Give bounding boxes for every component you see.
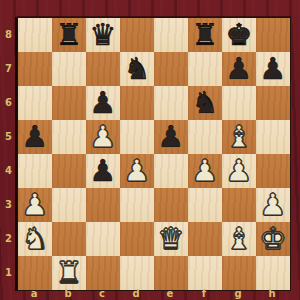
- square-f5[interactable]: [188, 120, 222, 154]
- square-a4[interactable]: [18, 154, 52, 188]
- square-f7[interactable]: [188, 52, 222, 86]
- piece-black-knight-d7[interactable]: ♞: [124, 54, 151, 84]
- rank-label-6: 6: [0, 85, 17, 119]
- piece-black-king-g8[interactable]: ♚: [226, 20, 253, 50]
- square-b5[interactable]: [52, 120, 86, 154]
- piece-white-pawn-c5[interactable]: ♟: [90, 122, 117, 152]
- square-g7[interactable]: ♟: [222, 52, 256, 86]
- piece-black-rook-b8[interactable]: ♜: [56, 20, 83, 50]
- square-d1[interactable]: [120, 256, 154, 290]
- square-b1[interactable]: ♜: [52, 256, 86, 290]
- rank-labels: 87654321: [0, 17, 17, 289]
- square-h6[interactable]: [256, 86, 290, 120]
- square-d8[interactable]: [120, 18, 154, 52]
- square-c2[interactable]: [86, 222, 120, 256]
- file-label-e: e: [153, 287, 187, 300]
- square-f1[interactable]: [188, 256, 222, 290]
- square-b3[interactable]: [52, 188, 86, 222]
- square-f4[interactable]: ♟: [188, 154, 222, 188]
- piece-black-knight-f6[interactable]: ♞: [192, 88, 219, 118]
- square-d5[interactable]: [120, 120, 154, 154]
- square-e8[interactable]: [154, 18, 188, 52]
- square-h5[interactable]: [256, 120, 290, 154]
- file-label-h: h: [255, 287, 289, 300]
- square-a8[interactable]: [18, 18, 52, 52]
- square-a6[interactable]: [18, 86, 52, 120]
- square-a7[interactable]: [18, 52, 52, 86]
- square-b4[interactable]: [52, 154, 86, 188]
- square-d3[interactable]: [120, 188, 154, 222]
- square-e2[interactable]: ♛: [154, 222, 188, 256]
- square-b7[interactable]: [52, 52, 86, 86]
- piece-white-pawn-g4[interactable]: ♟: [226, 156, 253, 186]
- square-g5[interactable]: ♝: [222, 120, 256, 154]
- piece-white-knight-a2[interactable]: ♞: [22, 224, 49, 254]
- file-label-d: d: [119, 287, 153, 300]
- square-h8[interactable]: [256, 18, 290, 52]
- rank-label-5: 5: [0, 119, 17, 153]
- square-f6[interactable]: ♞: [188, 86, 222, 120]
- square-d6[interactable]: [120, 86, 154, 120]
- square-g1[interactable]: [222, 256, 256, 290]
- piece-white-bishop-g2[interactable]: ♝: [226, 224, 253, 254]
- square-g8[interactable]: ♚: [222, 18, 256, 52]
- rank-label-7: 7: [0, 51, 17, 85]
- square-c5[interactable]: ♟: [86, 120, 120, 154]
- square-c3[interactable]: [86, 188, 120, 222]
- piece-white-rook-b1[interactable]: ♜: [56, 258, 83, 288]
- square-c6[interactable]: ♟: [86, 86, 120, 120]
- square-g3[interactable]: [222, 188, 256, 222]
- piece-white-pawn-d4[interactable]: ♟: [124, 156, 151, 186]
- rank-label-1: 1: [0, 255, 17, 289]
- piece-black-rook-f8[interactable]: ♜: [192, 20, 219, 50]
- piece-black-pawn-g7[interactable]: ♟: [226, 54, 253, 84]
- file-label-g: g: [221, 287, 255, 300]
- piece-black-queen-c8[interactable]: ♛: [90, 20, 117, 50]
- square-h7[interactable]: ♟: [256, 52, 290, 86]
- rank-label-3: 3: [0, 187, 17, 221]
- piece-white-pawn-h3[interactable]: ♟: [260, 190, 287, 220]
- rank-label-4: 4: [0, 153, 17, 187]
- piece-white-queen-e2[interactable]: ♛: [158, 224, 185, 254]
- square-b8[interactable]: ♜: [52, 18, 86, 52]
- square-b6[interactable]: [52, 86, 86, 120]
- square-c4[interactable]: ♟: [86, 154, 120, 188]
- square-b2[interactable]: [52, 222, 86, 256]
- square-e7[interactable]: [154, 52, 188, 86]
- file-label-f: f: [187, 287, 221, 300]
- piece-black-pawn-c6[interactable]: ♟: [90, 88, 117, 118]
- file-label-a: a: [17, 287, 51, 300]
- square-c1[interactable]: [86, 256, 120, 290]
- square-e6[interactable]: [154, 86, 188, 120]
- square-e5[interactable]: ♟: [154, 120, 188, 154]
- board: ♜♛♜♚♞♟♟♟♞♟♟♟♝♟♟♟♟♟♟♞♛♝♚♜: [17, 17, 291, 291]
- square-a5[interactable]: ♟: [18, 120, 52, 154]
- file-label-c: c: [85, 287, 119, 300]
- piece-black-pawn-h7[interactable]: ♟: [260, 54, 287, 84]
- square-d2[interactable]: [120, 222, 154, 256]
- square-h2[interactable]: ♚: [256, 222, 290, 256]
- piece-white-pawn-f4[interactable]: ♟: [192, 156, 219, 186]
- square-h1[interactable]: [256, 256, 290, 290]
- square-a1[interactable]: [18, 256, 52, 290]
- square-h4[interactable]: [256, 154, 290, 188]
- file-labels: abcdefgh: [17, 287, 289, 300]
- square-a2[interactable]: ♞: [18, 222, 52, 256]
- piece-black-pawn-a5[interactable]: ♟: [22, 122, 49, 152]
- square-g6[interactable]: [222, 86, 256, 120]
- square-c7[interactable]: [86, 52, 120, 86]
- square-e4[interactable]: [154, 154, 188, 188]
- square-e1[interactable]: [154, 256, 188, 290]
- piece-white-bishop-g5[interactable]: ♝: [226, 122, 253, 152]
- piece-white-king-h2[interactable]: ♚: [260, 224, 287, 254]
- square-f8[interactable]: ♜: [188, 18, 222, 52]
- square-g2[interactable]: ♝: [222, 222, 256, 256]
- square-g4[interactable]: ♟: [222, 154, 256, 188]
- file-label-b: b: [51, 287, 85, 300]
- chess-board-screenshot: 87654321 ♜♛♜♚♞♟♟♟♞♟♟♟♝♟♟♟♟♟♟♞♛♝♚♜ abcdef…: [0, 0, 300, 300]
- rank-label-8: 8: [0, 17, 17, 51]
- piece-black-pawn-e5[interactable]: ♟: [158, 122, 185, 152]
- square-h3[interactable]: ♟: [256, 188, 290, 222]
- rank-label-2: 2: [0, 221, 17, 255]
- square-d4[interactable]: ♟: [120, 154, 154, 188]
- square-a3[interactable]: ♟: [18, 188, 52, 222]
- square-d7[interactable]: ♞: [120, 52, 154, 86]
- square-f3[interactable]: [188, 188, 222, 222]
- piece-black-pawn-c4[interactable]: ♟: [90, 156, 117, 186]
- square-f2[interactable]: [188, 222, 222, 256]
- square-c8[interactable]: ♛: [86, 18, 120, 52]
- piece-white-pawn-a3[interactable]: ♟: [22, 190, 49, 220]
- square-e3[interactable]: [154, 188, 188, 222]
